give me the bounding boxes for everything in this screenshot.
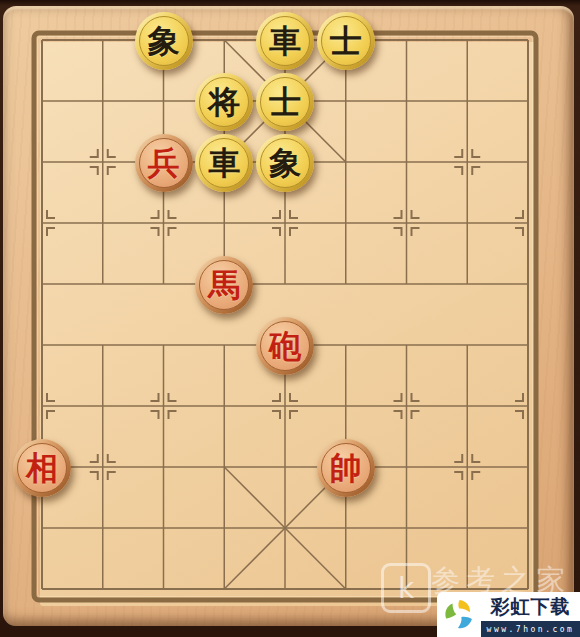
piece-character: 将 [199,77,249,127]
piece-character: 士 [260,77,310,127]
piece-character: 車 [260,16,310,66]
piece-character: 相 [17,443,67,493]
screenshot-root: 象車士将士兵車象馬砲相帥 k 参考之家 彩虹下载 www.7hon.com [0,0,580,637]
piece-black-advisor[interactable]: 士 [256,73,314,131]
download-watermark-box: 彩虹下载 www.7hon.com [437,592,580,637]
piece-black-elephant[interactable]: 象 [256,134,314,192]
piece-character: 象 [139,16,189,66]
piece-red-elephant[interactable]: 相 [13,439,71,497]
k-watermark-badge: k [381,563,431,613]
piece-character: 馬 [199,260,249,310]
piece-character: 帥 [321,443,371,493]
piece-character: 車 [199,138,249,188]
download-watermark-url: www.7hon.com [481,621,580,637]
download-watermark-title: 彩虹下载 [481,592,580,621]
piece-red-general[interactable]: 帥 [317,439,375,497]
piece-black-advisor[interactable]: 士 [317,12,375,70]
piece-black-chariot[interactable]: 車 [256,12,314,70]
piece-character: 砲 [260,321,310,371]
piece-red-soldier[interactable]: 兵 [135,134,193,192]
piece-character: 士 [321,16,371,66]
piece-black-general[interactable]: 将 [195,73,253,131]
piece-black-elephant[interactable]: 象 [135,12,193,70]
piece-black-chariot[interactable]: 車 [195,134,253,192]
pinwheel-logo-icon [437,592,481,637]
pinwheel-petals [445,600,472,628]
download-watermark-textcol: 彩虹下载 www.7hon.com [481,592,580,637]
piece-character: 兵 [139,138,189,188]
k-watermark-letter: k [398,572,414,605]
piece-red-cannon[interactable]: 砲 [256,317,314,375]
piece-character: 象 [260,138,310,188]
piece-red-horse[interactable]: 馬 [195,256,253,314]
